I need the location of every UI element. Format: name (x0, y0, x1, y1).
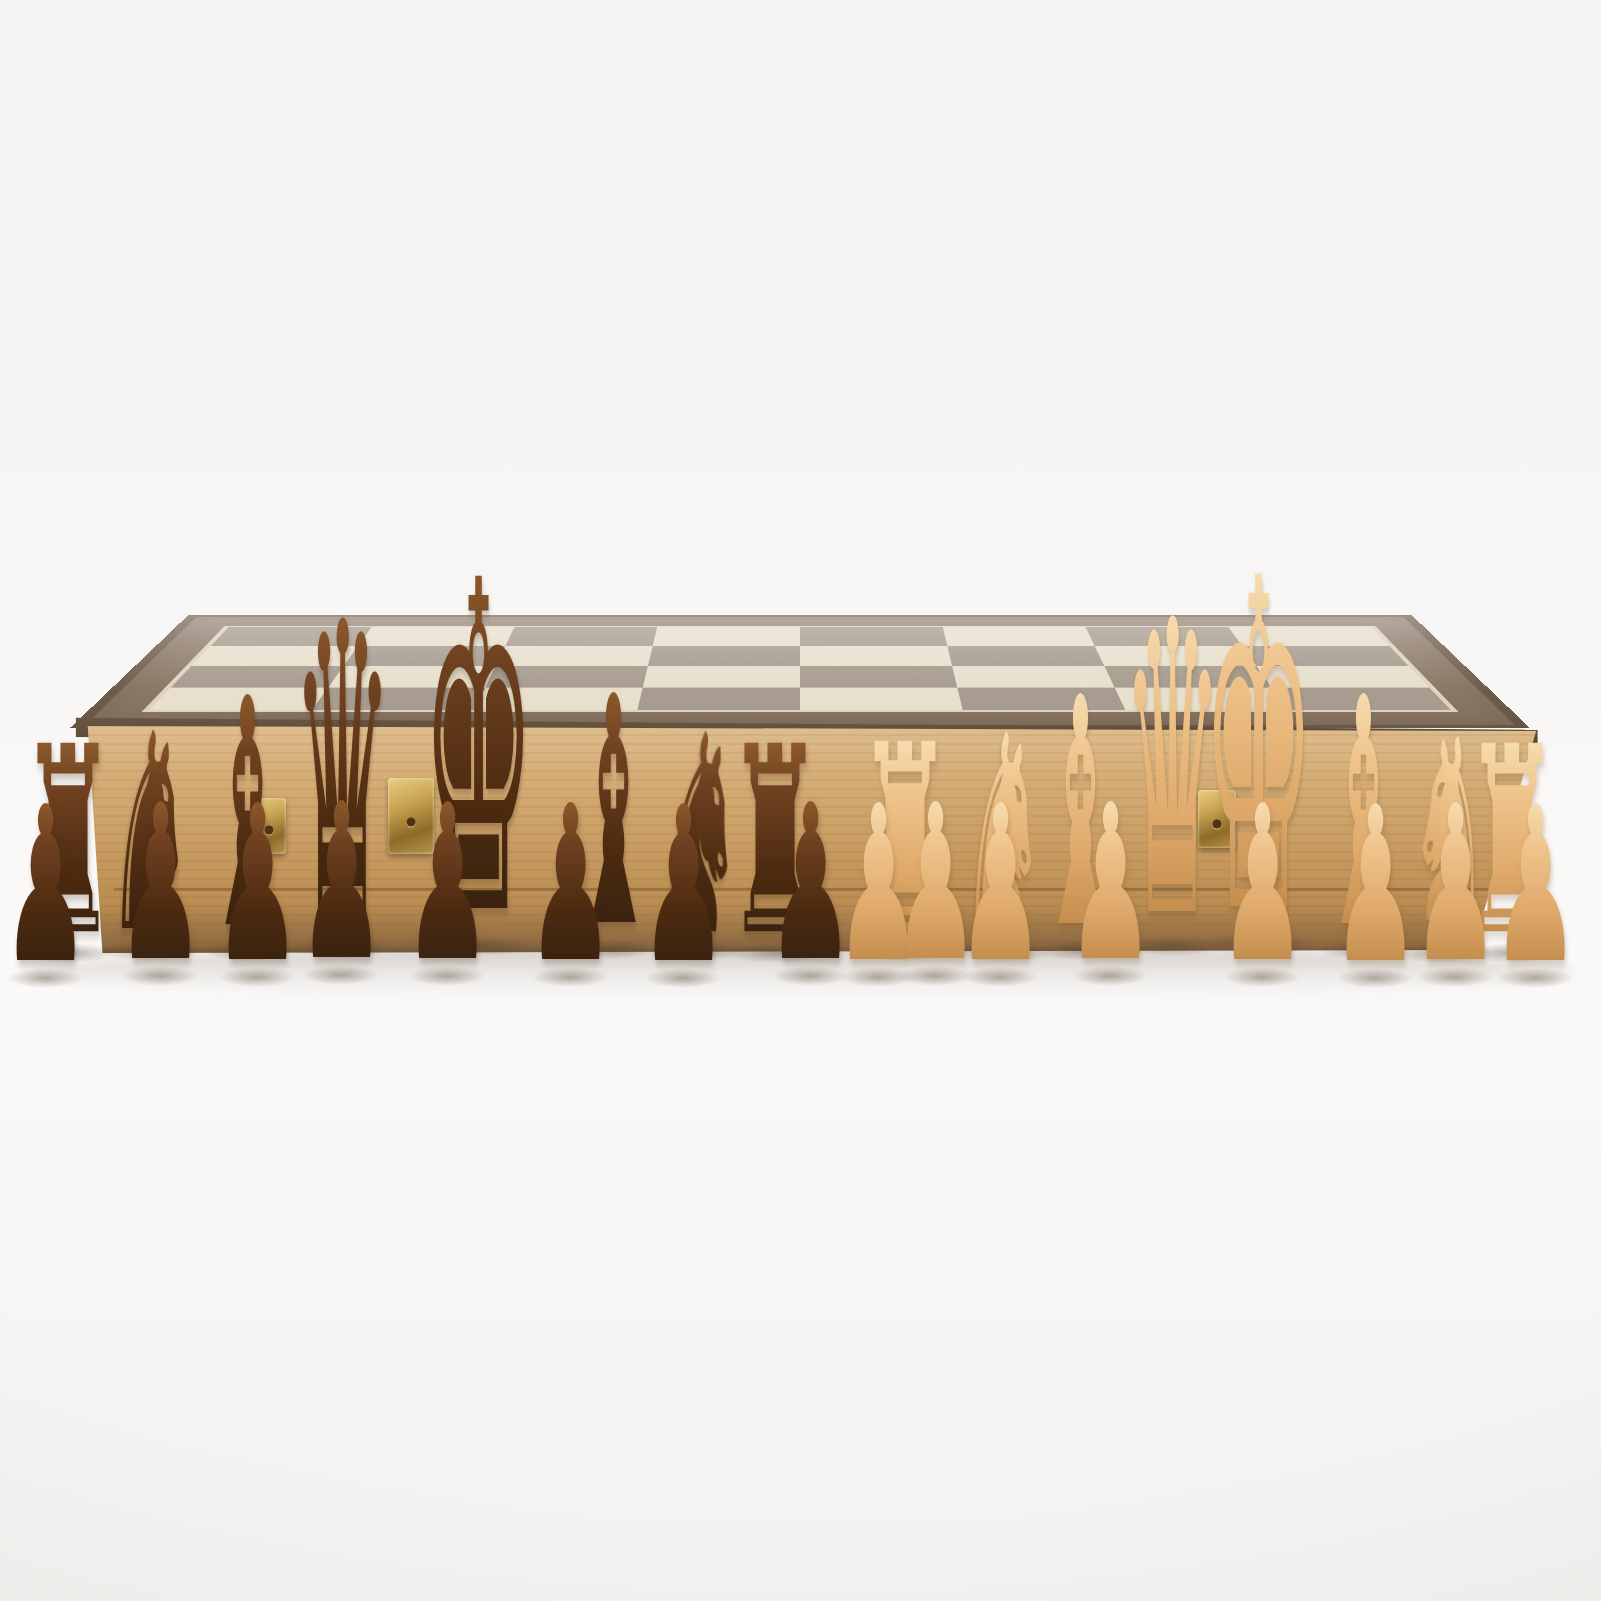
dark-pawn-piece[interactable]: ♟ (293, 775, 390, 990)
product-photo: ♜♞♝♛♚♝♞♜♟♟♟♟♟♟♟♟♜♞♝♛♚♝♞♜♟♟♟♟♟♟♟♟ (0, 0, 1601, 1601)
light-pawn-piece[interactable]: ♟ (1487, 778, 1584, 993)
dark-pawn-piece[interactable]: ♟ (209, 777, 306, 992)
dark-pawn-piece[interactable]: ♟ (635, 778, 732, 993)
light-pawn-piece[interactable]: ♟ (1062, 776, 1159, 991)
dark-pawn-piece[interactable]: ♟ (0, 778, 93, 993)
pieces-layer: ♜♞♝♛♚♝♞♜♟♟♟♟♟♟♟♟♜♞♝♛♚♝♞♜♟♟♟♟♟♟♟♟ (0, 0, 1601, 1601)
light-pawn-piece[interactable]: ♟ (1214, 777, 1311, 992)
light-pawn-piece[interactable]: ♟ (952, 777, 1049, 992)
dark-pawn-piece[interactable]: ♟ (112, 776, 209, 991)
dark-pawn-piece[interactable]: ♟ (522, 777, 619, 992)
dark-pawn-piece[interactable]: ♟ (399, 776, 496, 991)
